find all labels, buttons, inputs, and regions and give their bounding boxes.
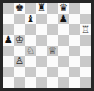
square-h4[interactable]: [80, 46, 91, 57]
square-d8[interactable]: ♜: [36, 3, 47, 14]
black-rook[interactable]: ♜: [37, 3, 46, 13]
square-d4[interactable]: [36, 46, 47, 57]
square-c3[interactable]: [25, 56, 36, 67]
square-c4[interactable]: ♘: [25, 46, 36, 57]
square-a5[interactable]: ♟: [3, 35, 14, 46]
square-f5[interactable]: [58, 35, 69, 46]
square-a3[interactable]: [3, 56, 14, 67]
square-b2[interactable]: [14, 67, 25, 78]
square-f7[interactable]: ♟: [58, 14, 69, 25]
square-e5[interactable]: [47, 35, 58, 46]
square-d7[interactable]: [36, 14, 47, 25]
square-a8[interactable]: [3, 3, 14, 14]
square-c2[interactable]: [25, 67, 36, 78]
square-d6[interactable]: [36, 24, 47, 35]
chess-board: ♚♜♛♝♟♖♟♔♘♕♙: [3, 3, 91, 88]
square-a6[interactable]: [3, 24, 14, 35]
white-king[interactable]: ♔: [15, 35, 24, 45]
square-f6[interactable]: [58, 24, 69, 35]
square-d5[interactable]: [36, 35, 47, 46]
black-pawn[interactable]: ♟: [4, 35, 13, 45]
square-f8[interactable]: ♛: [58, 3, 69, 14]
square-f4[interactable]: [58, 46, 69, 57]
square-e1[interactable]: [47, 77, 58, 88]
square-e2[interactable]: [47, 67, 58, 78]
white-pawn[interactable]: ♙: [15, 56, 24, 66]
square-e4[interactable]: ♕: [47, 46, 58, 57]
square-f1[interactable]: [58, 77, 69, 88]
square-g2[interactable]: [69, 67, 80, 78]
square-g7[interactable]: [69, 14, 80, 25]
square-b1[interactable]: [14, 77, 25, 88]
square-c7[interactable]: ♝: [25, 14, 36, 25]
square-f2[interactable]: [58, 67, 69, 78]
square-h5[interactable]: [80, 35, 91, 46]
square-g8[interactable]: [69, 3, 80, 14]
white-knight[interactable]: ♘: [26, 46, 35, 56]
square-b6[interactable]: [14, 24, 25, 35]
square-b3[interactable]: ♙: [14, 56, 25, 67]
square-h8[interactable]: [80, 3, 91, 14]
square-g1[interactable]: [69, 77, 80, 88]
chess-diagram: ♚♜♛♝♟♖♟♔♘♕♙: [0, 0, 94, 91]
square-b8[interactable]: ♚: [14, 3, 25, 14]
square-h2[interactable]: [80, 67, 91, 78]
square-g4[interactable]: [69, 46, 80, 57]
square-e6[interactable]: [47, 24, 58, 35]
square-c1[interactable]: [25, 77, 36, 88]
square-h3[interactable]: [80, 56, 91, 67]
square-e3[interactable]: [47, 56, 58, 67]
square-g6[interactable]: [69, 24, 80, 35]
square-d1[interactable]: [36, 77, 47, 88]
square-h1[interactable]: [80, 77, 91, 88]
square-h7[interactable]: [80, 14, 91, 25]
square-g5[interactable]: [69, 35, 80, 46]
black-pawn[interactable]: ♟: [59, 14, 68, 24]
square-e7[interactable]: [47, 14, 58, 25]
black-bishop[interactable]: ♝: [26, 14, 35, 24]
square-e8[interactable]: [47, 3, 58, 14]
square-g3[interactable]: [69, 56, 80, 67]
square-d2[interactable]: [36, 67, 47, 78]
square-d3[interactable]: [36, 56, 47, 67]
square-h6[interactable]: ♖: [80, 24, 91, 35]
square-c5[interactable]: [25, 35, 36, 46]
square-a2[interactable]: [3, 67, 14, 78]
square-a7[interactable]: [3, 14, 14, 25]
square-a1[interactable]: [3, 77, 14, 88]
square-c8[interactable]: [25, 3, 36, 14]
square-c6[interactable]: [25, 24, 36, 35]
white-queen[interactable]: ♕: [48, 46, 57, 56]
black-king[interactable]: ♚: [15, 3, 24, 13]
square-b4[interactable]: [14, 46, 25, 57]
black-queen[interactable]: ♛: [59, 3, 68, 13]
white-rook[interactable]: ♖: [81, 25, 90, 35]
square-b7[interactable]: [14, 14, 25, 25]
square-f3[interactable]: [58, 56, 69, 67]
square-a4[interactable]: [3, 46, 14, 57]
square-b5[interactable]: ♔: [14, 35, 25, 46]
